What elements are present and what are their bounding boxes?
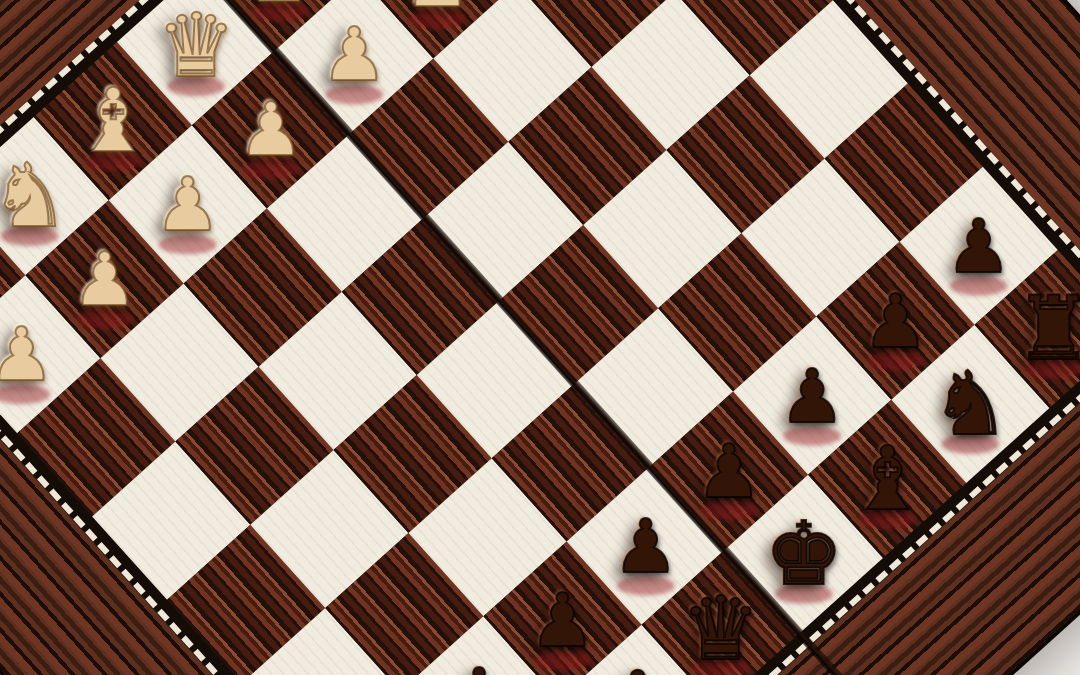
black-bishop-icon: ♝	[598, 660, 677, 675]
white-pawn-icon: ♟	[321, 17, 387, 91]
black-pawn-icon: ♟	[613, 509, 679, 583]
white-pawn-icon: ♟	[155, 167, 221, 241]
black-pawn-icon: ♟	[446, 658, 512, 675]
black-pawn-icon: ♟	[529, 583, 595, 657]
chess-photo-scene: ♜♞♝♛♚♝♞♜♟♟♟♟♟♟♟♟♟♟♟♟♟♟♟♟♜♞♝♛♚♝♞♜	[0, 0, 1080, 675]
black-pawn-icon: ♟	[696, 434, 762, 508]
white-pawn-icon: ♟	[404, 0, 470, 17]
black-pawn-icon: ♟	[945, 209, 1011, 283]
white-pawn-icon: ♟	[0, 317, 55, 391]
black-pawn-icon: ♟	[862, 284, 928, 358]
black-pawn-icon: ♟	[779, 359, 845, 433]
white-pawn-icon: ♟	[238, 92, 304, 166]
chess-board: ♜♞♝♛♚♝♞♜♟♟♟♟♟♟♟♟♟♟♟♟♟♟♟♟♜♞♝♛♚♝♞♜	[0, 0, 1080, 675]
white-pawn-icon: ♟	[71, 242, 137, 316]
